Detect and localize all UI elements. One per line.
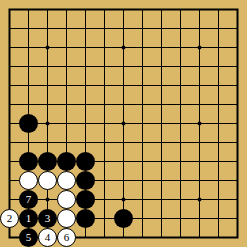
stone-black-move-3: 3	[38, 209, 57, 228]
stone-black-move-5: 5	[19, 228, 38, 247]
move-number-label: 3	[45, 213, 51, 224]
stone-white	[57, 171, 76, 190]
move-number-label: 4	[45, 232, 51, 243]
stone-white-move-6: 6	[57, 228, 76, 247]
stone-white	[57, 209, 76, 228]
stone-black	[76, 171, 95, 190]
stone-black	[114, 209, 133, 228]
move-number-label: 1	[26, 213, 32, 224]
go-diagram: 7213546	[0, 0, 247, 247]
stone-black	[38, 152, 57, 171]
stone-black-move-7: 7	[19, 190, 38, 209]
move-number-label: 7	[26, 194, 32, 205]
stone-black	[57, 152, 76, 171]
stone-black	[76, 152, 95, 171]
stone-white	[38, 171, 57, 190]
stone-white-move-2: 2	[0, 209, 19, 228]
stone-black	[19, 114, 38, 133]
go-board-stone-layer[interactable]: 7213546	[0, 0, 247, 247]
stone-white	[19, 171, 38, 190]
move-number-label: 2	[7, 213, 13, 224]
stone-white-move-4: 4	[38, 228, 57, 247]
move-number-label: 5	[26, 232, 32, 243]
stone-white	[57, 190, 76, 209]
stone-black	[76, 209, 95, 228]
move-number-label: 6	[64, 232, 70, 243]
stone-black	[76, 190, 95, 209]
stone-black-move-1: 1	[19, 209, 38, 228]
stone-black	[19, 152, 38, 171]
